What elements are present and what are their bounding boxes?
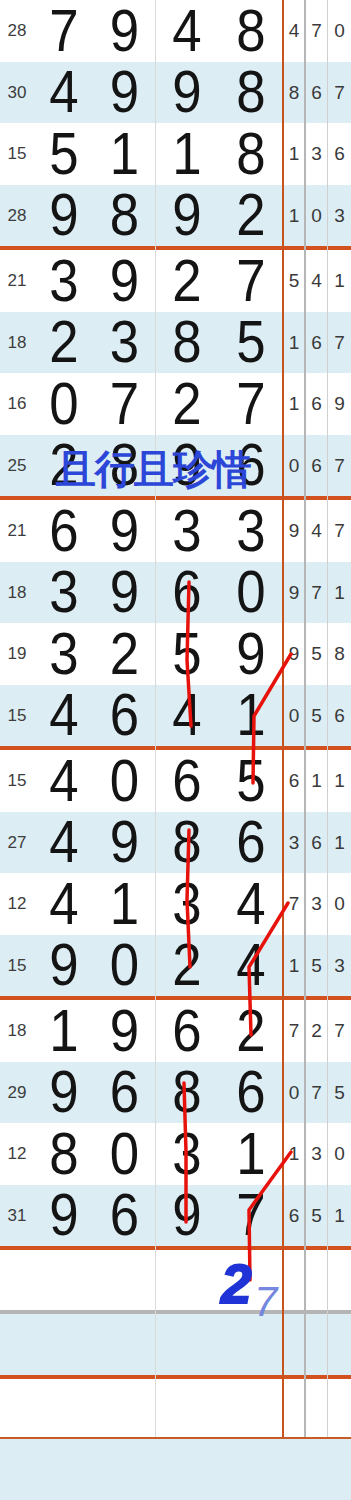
stat-digit: 1	[305, 771, 328, 790]
draw-row: 159024153	[0, 935, 351, 997]
lottery-trend-chart: 2879484703049988671551181362898921032139…	[0, 0, 351, 1500]
stat-digit: 2	[305, 1021, 328, 1040]
draw-digit: 8	[38, 1124, 91, 1184]
draw-row: 216933947	[0, 500, 351, 562]
draw-digit: 8	[98, 185, 152, 245]
draw-digit: 1	[38, 1001, 91, 1061]
stat-digit: 1	[283, 394, 305, 413]
draw-row: 124134730	[0, 873, 351, 935]
sum-label: 19	[0, 645, 34, 662]
stat-digit: 3	[305, 144, 328, 163]
draw-digit: 2	[159, 374, 215, 434]
stat-digit: 1	[328, 833, 351, 852]
draw-digit: 9	[38, 1185, 91, 1245]
draw-digit: 4	[223, 874, 279, 934]
stat-digit: 3	[328, 206, 351, 225]
draw-digit: 7	[223, 1185, 279, 1245]
draw-row: 181962727	[0, 1000, 351, 1062]
draw-digit: 9	[98, 562, 152, 622]
sum-label: 28	[0, 207, 34, 224]
draw-digit: 5	[38, 124, 91, 184]
draw-row: 274986361	[0, 812, 351, 874]
draw-digit: 3	[38, 624, 91, 684]
stat-digit: 1	[328, 271, 351, 290]
sum-label: 16	[0, 395, 34, 412]
draw-digit: 3	[38, 562, 91, 622]
draw-digit: 2	[38, 312, 91, 372]
draw-digit: 9	[159, 1185, 215, 1245]
stat-digit: 1	[283, 1144, 305, 1163]
draw-digit: 3	[159, 1124, 215, 1184]
stat-digit: 7	[328, 333, 351, 352]
draw-digit: 2	[223, 185, 279, 245]
column-divider-line	[155, 0, 156, 1437]
empty-row-white-2	[0, 1379, 351, 1437]
sum-label: 21	[0, 522, 34, 539]
draw-digit: 3	[159, 501, 215, 561]
stat-digit: 0	[283, 1083, 305, 1102]
draw-digit: 5	[223, 751, 279, 811]
stat-digit: 1	[283, 144, 305, 163]
stat-digit: 3	[283, 833, 305, 852]
stat-digit: 1	[328, 771, 351, 790]
stat-digit: 5	[283, 271, 305, 290]
stat-digit: 1	[283, 333, 305, 352]
draw-row: 193259958	[0, 623, 351, 685]
stat-digit: 9	[328, 394, 351, 413]
draw-digit: 6	[159, 1001, 215, 1061]
stat-digit: 5	[305, 1206, 328, 1225]
sum-label: 30	[0, 84, 34, 101]
draw-digit: 9	[38, 935, 91, 995]
stat-digit: 9	[283, 644, 305, 663]
draw-digit: 9	[98, 1001, 152, 1061]
draw-digit: 3	[98, 312, 152, 372]
draw-digit: 9	[38, 185, 91, 245]
draw-row: 299686075	[0, 1062, 351, 1124]
stat-column-line-2	[327, 0, 328, 1437]
stat-digit: 6	[305, 333, 328, 352]
sum-label: 28	[0, 22, 34, 39]
draw-digit: 6	[223, 1062, 279, 1122]
stat-digit: 5	[305, 644, 328, 663]
draw-digit: 5	[223, 312, 279, 372]
draw-row: 289892103	[0, 185, 351, 247]
draw-digit: 1	[159, 124, 215, 184]
stat-digit: 7	[283, 894, 305, 913]
draw-digit: 6	[38, 501, 91, 561]
draw-digit: 9	[38, 1062, 91, 1122]
empty-row-blue-2	[0, 1439, 351, 1500]
draw-digit: 6	[159, 751, 215, 811]
draw-digit: 1	[98, 874, 152, 934]
stat-digit: 6	[305, 394, 328, 413]
sum-label: 31	[0, 1207, 34, 1224]
stat-digit: 1	[283, 956, 305, 975]
stat-digit: 1	[328, 1206, 351, 1225]
draw-digit: 4	[38, 685, 91, 745]
sum-label: 15	[0, 957, 34, 974]
sum-label: 27	[0, 834, 34, 851]
stat-digit: 0	[305, 206, 328, 225]
stat-digit: 7	[283, 1021, 305, 1040]
sum-label: 21	[0, 272, 34, 289]
sum-label: 29	[0, 1084, 34, 1101]
draw-digit: 8	[223, 1, 279, 61]
draw-digit: 4	[38, 62, 91, 122]
draw-digit: 4	[159, 685, 215, 745]
sum-label: 25	[0, 457, 34, 474]
stat-column-line-1	[304, 0, 306, 1437]
sum-label: 15	[0, 707, 34, 724]
stat-digit: 7	[328, 83, 351, 102]
draw-digit: 8	[159, 1062, 215, 1122]
draw-row: 128031130	[0, 1123, 351, 1185]
draw-digit: 0	[98, 751, 152, 811]
draw-digit: 7	[223, 251, 279, 311]
draw-digit: 2	[223, 1001, 279, 1061]
draw-digit: 4	[159, 1, 215, 61]
draw-digit: 6	[223, 812, 279, 872]
draw-row: 154641056	[0, 685, 351, 747]
stat-digit: 9	[283, 521, 305, 540]
stat-digit: 0	[328, 1144, 351, 1163]
draw-row: 319697651	[0, 1185, 351, 1247]
draw-digit: 4	[38, 874, 91, 934]
stat-digit: 6	[283, 771, 305, 790]
stat-digit: 5	[305, 956, 328, 975]
draw-digit: 4	[38, 812, 91, 872]
draw-digit: 4	[223, 935, 279, 995]
stat-digit: 8	[283, 83, 305, 102]
sum-label: 18	[0, 584, 34, 601]
draw-row: 160727169	[0, 373, 351, 435]
stat-digit: 1	[328, 583, 351, 602]
stat-digit: 4	[305, 521, 328, 540]
sum-label: 18	[0, 334, 34, 351]
draw-digit: 9	[159, 185, 215, 245]
draw-digit: 0	[98, 1124, 152, 1184]
empty-row-blue-1	[0, 1314, 351, 1375]
sum-label: 12	[0, 1145, 34, 1162]
draw-digit: 7	[223, 374, 279, 434]
draw-digit: 6	[98, 1062, 152, 1122]
draw-digit: 6	[98, 685, 152, 745]
draw-digit: 0	[38, 374, 91, 434]
draw-digit: 8	[223, 124, 279, 184]
stat-digit: 3	[328, 956, 351, 975]
stat-digit: 8	[328, 644, 351, 663]
stat-digit: 0	[283, 706, 305, 725]
stat-digit: 7	[328, 521, 351, 540]
draw-row: 287948470	[0, 0, 351, 62]
draw-row: 304998867	[0, 62, 351, 124]
draw-digit: 9	[98, 812, 152, 872]
stat-digit: 0	[283, 456, 305, 475]
draw-row: 155118136	[0, 123, 351, 185]
stat-digit: 7	[328, 1021, 351, 1040]
draw-digit: 8	[159, 812, 215, 872]
draw-row: 182385167	[0, 312, 351, 374]
stat-digit: 7	[305, 21, 328, 40]
stat-digit: 9	[283, 583, 305, 602]
stat-digit: 6	[328, 706, 351, 725]
draw-digit: 8	[159, 312, 215, 372]
draw-digit: 1	[223, 1124, 279, 1184]
draw-digit: 2	[159, 935, 215, 995]
stat-digit: 6	[305, 83, 328, 102]
draw-digit: 4	[38, 751, 91, 811]
draw-digit: 0	[98, 935, 152, 995]
draw-row: 154065611	[0, 750, 351, 812]
draw-digit: 5	[159, 624, 215, 684]
draw-row: 183960971	[0, 562, 351, 624]
stat-digit: 7	[305, 1083, 328, 1102]
draw-digit: 1	[223, 685, 279, 745]
number-grid: 2879484703049988671551181362898921032139…	[0, 0, 351, 1250]
draw-digit: 2	[159, 251, 215, 311]
stat-digit: 3	[305, 1144, 328, 1163]
draw-digit: 0	[223, 562, 279, 622]
draw-digit: 9	[98, 62, 152, 122]
sum-label: 12	[0, 895, 34, 912]
draw-digit: 8	[223, 62, 279, 122]
draw-digit: 3	[38, 251, 91, 311]
stat-digit: 6	[283, 1206, 305, 1225]
sum-label: 18	[0, 1022, 34, 1039]
sum-column-orange-line	[282, 0, 284, 1437]
stat-digit: 3	[305, 894, 328, 913]
stat-digit: 0	[328, 894, 351, 913]
watermark-text: 且行且珍惜	[56, 447, 251, 491]
draw-digit: 6	[159, 562, 215, 622]
draw-digit: 2	[98, 624, 152, 684]
draw-digit: 9	[159, 62, 215, 122]
draw-row: 213927541	[0, 250, 351, 312]
stat-digit: 7	[328, 456, 351, 475]
sum-label: 15	[0, 145, 34, 162]
empty-row-white-1	[0, 1250, 351, 1310]
stat-digit: 4	[283, 21, 305, 40]
draw-digit: 6	[98, 1185, 152, 1245]
draw-digit: 9	[98, 501, 152, 561]
draw-digit: 7	[98, 374, 152, 434]
draw-digit: 7	[38, 1, 91, 61]
draw-digit: 3	[159, 874, 215, 934]
prediction-digit: 2	[221, 1257, 252, 1312]
stat-digit: 0	[328, 21, 351, 40]
sum-label: 15	[0, 772, 34, 789]
stat-digit: 5	[328, 1083, 351, 1102]
stat-digit: 1	[283, 206, 305, 225]
draw-digit: 3	[223, 501, 279, 561]
stat-digit: 6	[305, 456, 328, 475]
stat-digit: 7	[305, 583, 328, 602]
stat-digit: 6	[328, 144, 351, 163]
draw-digit: 9	[98, 1, 152, 61]
draw-digit: 9	[98, 251, 152, 311]
draw-digit: 1	[98, 124, 152, 184]
prediction-digit-secondary: 7	[254, 1281, 277, 1323]
stat-digit: 5	[305, 706, 328, 725]
stat-digit: 4	[305, 271, 328, 290]
draw-digit: 9	[223, 624, 279, 684]
stat-digit: 6	[305, 833, 328, 852]
